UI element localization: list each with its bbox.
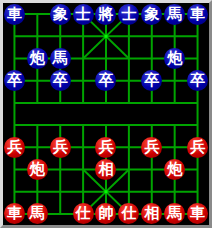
piece-black-soldier[interactable]: 卒 xyxy=(187,70,208,91)
piece-black-advisor[interactable]: 士 xyxy=(118,4,139,25)
piece-red-cannon[interactable]: 炮 xyxy=(164,159,185,180)
piece-black-advisor[interactable]: 士 xyxy=(73,4,94,25)
piece-black-elephant[interactable]: 象 xyxy=(50,4,71,25)
piece-red-advisor[interactable]: 仕 xyxy=(73,203,94,224)
xiangqi-board[interactable]: 車象士將士象馬車炮馬炮卒卒卒卒卒兵兵兵兵兵炮相炮車馬仕帥仕相馬車 xyxy=(3,3,209,225)
piece-black-cannon[interactable]: 炮 xyxy=(164,48,185,69)
piece-red-soldier[interactable]: 兵 xyxy=(4,137,25,158)
piece-black-general[interactable]: 將 xyxy=(95,4,116,25)
piece-red-soldier[interactable]: 兵 xyxy=(95,137,116,158)
piece-black-chariot[interactable]: 車 xyxy=(187,4,208,25)
piece-red-elephant[interactable]: 相 xyxy=(141,203,162,224)
piece-red-advisor[interactable]: 仕 xyxy=(118,203,139,224)
piece-black-soldier[interactable]: 卒 xyxy=(95,70,116,91)
piece-black-soldier[interactable]: 卒 xyxy=(50,70,71,91)
piece-black-cannon[interactable]: 炮 xyxy=(27,48,48,69)
pieces-layer: 車象士將士象馬車炮馬炮卒卒卒卒卒兵兵兵兵兵炮相炮車馬仕帥仕相馬車 xyxy=(3,3,209,225)
piece-red-soldier[interactable]: 兵 xyxy=(141,137,162,158)
piece-red-chariot[interactable]: 車 xyxy=(4,203,25,224)
piece-black-soldier[interactable]: 卒 xyxy=(4,70,25,91)
piece-red-chariot[interactable]: 車 xyxy=(187,203,208,224)
piece-black-soldier[interactable]: 卒 xyxy=(141,70,162,91)
piece-red-elephant[interactable]: 相 xyxy=(95,159,116,180)
piece-red-general[interactable]: 帥 xyxy=(95,203,116,224)
piece-red-soldier[interactable]: 兵 xyxy=(187,137,208,158)
board-frame: 車象士將士象馬車炮馬炮卒卒卒卒卒兵兵兵兵兵炮相炮車馬仕帥仕相馬車 xyxy=(0,0,212,228)
piece-black-horse[interactable]: 馬 xyxy=(164,4,185,25)
piece-red-horse[interactable]: 馬 xyxy=(164,203,185,224)
piece-black-elephant[interactable]: 象 xyxy=(141,4,162,25)
piece-black-chariot[interactable]: 車 xyxy=(4,4,25,25)
piece-black-horse[interactable]: 馬 xyxy=(50,48,71,69)
piece-red-cannon[interactable]: 炮 xyxy=(27,159,48,180)
piece-red-horse[interactable]: 馬 xyxy=(27,203,48,224)
piece-red-soldier[interactable]: 兵 xyxy=(50,137,71,158)
